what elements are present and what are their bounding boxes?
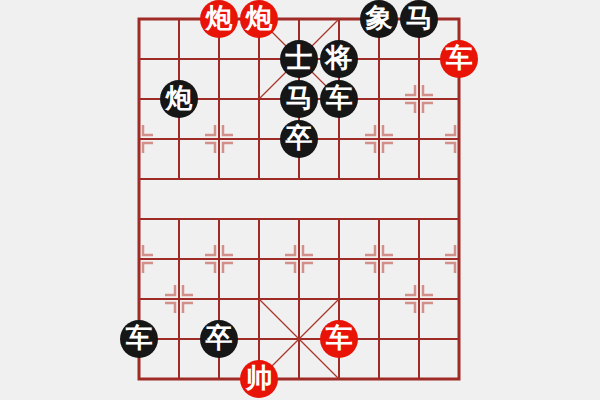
piece-glyph: 卒 bbox=[206, 325, 233, 352]
piece-glyph: 炮 bbox=[206, 5, 233, 32]
piece-red-chariot[interactable]: 车 bbox=[440, 40, 478, 78]
piece-black-advisor[interactable]: 士 bbox=[280, 40, 318, 78]
piece-black-general[interactable]: 将 bbox=[320, 40, 358, 78]
piece-glyph: 马 bbox=[286, 85, 313, 112]
xiangqi-board: 炮炮象马士将车炮马车卒车卒车帅 bbox=[139, 19, 459, 379]
piece-black-pawn[interactable]: 卒 bbox=[200, 320, 238, 358]
piece-black-chariot[interactable]: 车 bbox=[320, 80, 358, 118]
piece-red-general[interactable]: 帅 bbox=[240, 360, 278, 398]
piece-red-chariot[interactable]: 车 bbox=[320, 320, 358, 358]
piece-glyph: 车 bbox=[326, 325, 353, 352]
piece-black-chariot[interactable]: 车 bbox=[120, 320, 158, 358]
piece-glyph: 象 bbox=[366, 5, 393, 32]
piece-red-cannon[interactable]: 炮 bbox=[240, 0, 278, 38]
pieces-layer: 炮炮象马士将车炮马车卒车卒车帅 bbox=[119, 0, 479, 399]
piece-glyph: 车 bbox=[326, 85, 353, 112]
piece-glyph: 车 bbox=[126, 325, 153, 352]
piece-glyph: 卒 bbox=[286, 125, 313, 152]
piece-black-cannon[interactable]: 炮 bbox=[160, 80, 198, 118]
piece-glyph: 士 bbox=[286, 45, 313, 72]
piece-glyph: 炮 bbox=[246, 5, 273, 32]
piece-glyph: 帅 bbox=[246, 365, 273, 392]
piece-glyph: 炮 bbox=[166, 85, 193, 112]
piece-black-horse[interactable]: 马 bbox=[400, 0, 438, 38]
piece-glyph: 将 bbox=[326, 45, 353, 72]
piece-glyph: 马 bbox=[406, 5, 433, 32]
screen: 炮炮象马士将车炮马车卒车卒车帅 bbox=[0, 0, 600, 400]
piece-black-elephant[interactable]: 象 bbox=[360, 0, 398, 38]
piece-red-cannon[interactable]: 炮 bbox=[200, 0, 238, 38]
piece-black-horse[interactable]: 马 bbox=[280, 80, 318, 118]
piece-glyph: 车 bbox=[446, 45, 473, 72]
piece-black-pawn[interactable]: 卒 bbox=[280, 120, 318, 158]
